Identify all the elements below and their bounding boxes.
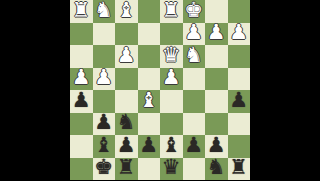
square-h6[interactable] [70, 113, 93, 136]
piece-black-pawn[interactable]: ♟ [94, 113, 113, 134]
piece-white-queen[interactable]: ♛ [162, 45, 181, 66]
piece-white-rook[interactable]: ♜ [72, 0, 91, 21]
square-f8[interactable]: ♜ [115, 158, 138, 181]
square-c7[interactable]: ♟ [183, 135, 206, 158]
piece-black-king[interactable]: ♚ [94, 158, 113, 179]
piece-black-pawn[interactable]: ♟ [229, 90, 248, 111]
square-b4[interactable] [205, 68, 228, 91]
piece-white-pawn[interactable]: ♟ [207, 23, 226, 44]
piece-black-rook[interactable]: ♜ [229, 158, 248, 179]
piece-white-pawn[interactable]: ♟ [72, 68, 91, 89]
piece-black-pawn[interactable]: ♟ [72, 90, 91, 111]
square-h4[interactable]: ♟ [70, 68, 93, 91]
square-b6[interactable] [205, 113, 228, 136]
piece-black-bishop[interactable]: ♝ [94, 135, 113, 156]
square-e2[interactable] [138, 23, 161, 46]
square-b7[interactable]: ♟ [205, 135, 228, 158]
square-a3[interactable] [228, 45, 251, 68]
square-a4[interactable] [228, 68, 251, 91]
piece-black-bishop[interactable]: ♝ [162, 135, 181, 156]
square-c1[interactable]: ♚ [183, 0, 206, 23]
square-d5[interactable] [160, 90, 183, 113]
square-a1[interactable] [228, 0, 251, 23]
square-d8[interactable]: ♛ [160, 158, 183, 181]
square-d6[interactable] [160, 113, 183, 136]
square-f5[interactable] [115, 90, 138, 113]
square-f7[interactable]: ♟ [115, 135, 138, 158]
square-b5[interactable] [205, 90, 228, 113]
square-g8[interactable]: ♚ [93, 158, 116, 181]
square-a2[interactable]: ♟ [228, 23, 251, 46]
square-e7[interactable]: ♟ [138, 135, 161, 158]
piece-white-pawn[interactable]: ♟ [117, 45, 136, 66]
square-c6[interactable] [183, 113, 206, 136]
square-e8[interactable] [138, 158, 161, 181]
piece-black-knight[interactable]: ♞ [117, 113, 136, 134]
piece-black-rook[interactable]: ♜ [117, 158, 136, 179]
square-f4[interactable] [115, 68, 138, 91]
piece-white-knight[interactable]: ♞ [184, 45, 203, 66]
square-c3[interactable]: ♞ [183, 45, 206, 68]
square-b1[interactable] [205, 0, 228, 23]
square-h7[interactable] [70, 135, 93, 158]
piece-black-queen[interactable]: ♛ [162, 158, 181, 179]
square-c4[interactable] [183, 68, 206, 91]
square-g2[interactable] [93, 23, 116, 46]
square-e6[interactable] [138, 113, 161, 136]
square-f3[interactable]: ♟ [115, 45, 138, 68]
piece-white-pawn[interactable]: ♟ [94, 68, 113, 89]
square-e4[interactable] [138, 68, 161, 91]
square-h1[interactable]: ♜ [70, 0, 93, 23]
piece-white-bishop[interactable]: ♝ [117, 0, 136, 21]
square-b8[interactable]: ♞ [205, 158, 228, 181]
piece-black-pawn[interactable]: ♟ [184, 135, 203, 156]
square-d4[interactable]: ♟ [160, 68, 183, 91]
square-h2[interactable] [70, 23, 93, 46]
piece-black-knight[interactable]: ♞ [207, 158, 226, 179]
app-background: ♜♞♝♜♚♟♟♟♟♛♞♟♟♟♟♝♟♟♞♝♟♟♝♟♟♚♜♛♞♜ [0, 0, 320, 180]
square-g6[interactable]: ♟ [93, 113, 116, 136]
square-a5[interactable]: ♟ [228, 90, 251, 113]
piece-white-king[interactable]: ♚ [184, 0, 203, 21]
piece-black-pawn[interactable]: ♟ [139, 135, 158, 156]
piece-black-pawn[interactable]: ♟ [117, 135, 136, 156]
square-d3[interactable]: ♛ [160, 45, 183, 68]
square-a8[interactable]: ♜ [228, 158, 251, 181]
square-c2[interactable]: ♟ [183, 23, 206, 46]
square-b2[interactable]: ♟ [205, 23, 228, 46]
square-g4[interactable]: ♟ [93, 68, 116, 91]
piece-black-pawn[interactable]: ♟ [207, 135, 226, 156]
piece-white-pawn[interactable]: ♟ [184, 23, 203, 44]
board: ♜♞♝♜♚♟♟♟♟♛♞♟♟♟♟♝♟♟♞♝♟♟♝♟♟♚♜♛♞♜ [70, 0, 250, 180]
piece-white-rook[interactable]: ♜ [162, 0, 181, 21]
square-d2[interactable] [160, 23, 183, 46]
square-g3[interactable] [93, 45, 116, 68]
square-h8[interactable] [70, 158, 93, 181]
square-a7[interactable] [228, 135, 251, 158]
square-d1[interactable]: ♜ [160, 0, 183, 23]
square-f6[interactable]: ♞ [115, 113, 138, 136]
square-f2[interactable] [115, 23, 138, 46]
square-e1[interactable] [138, 0, 161, 23]
square-c5[interactable] [183, 90, 206, 113]
piece-white-pawn[interactable]: ♟ [229, 23, 248, 44]
square-e3[interactable] [138, 45, 161, 68]
square-g7[interactable]: ♝ [93, 135, 116, 158]
square-c8[interactable] [183, 158, 206, 181]
square-g5[interactable] [93, 90, 116, 113]
square-h3[interactable] [70, 45, 93, 68]
piece-white-knight[interactable]: ♞ [94, 0, 113, 21]
square-f1[interactable]: ♝ [115, 0, 138, 23]
piece-white-pawn[interactable]: ♟ [162, 68, 181, 89]
square-b3[interactable] [205, 45, 228, 68]
square-h5[interactable]: ♟ [70, 90, 93, 113]
square-g1[interactable]: ♞ [93, 0, 116, 23]
square-e5[interactable]: ♝ [138, 90, 161, 113]
square-d7[interactable]: ♝ [160, 135, 183, 158]
square-a6[interactable] [228, 113, 251, 136]
piece-white-bishop[interactable]: ♝ [139, 90, 158, 111]
